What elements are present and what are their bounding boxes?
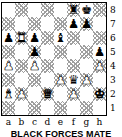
square-d3 xyxy=(41,73,54,87)
square-b1 xyxy=(15,101,28,115)
white-pawn: ♟ xyxy=(55,73,66,87)
square-b6: ♜ xyxy=(15,31,28,45)
square-e8 xyxy=(54,3,67,17)
square-b5 xyxy=(15,45,28,59)
square-f8: ♜ xyxy=(67,3,80,17)
file-label-h: h xyxy=(93,117,106,127)
file-label-b: b xyxy=(15,117,28,127)
black-pawn: ♟ xyxy=(94,45,105,59)
rank-label-5: 5 xyxy=(108,45,121,59)
square-b2: ♟ xyxy=(15,87,28,101)
square-f1 xyxy=(67,101,80,115)
rank-label-6: 6 xyxy=(108,31,121,45)
square-d4 xyxy=(41,59,54,73)
rank-label-1: 1 xyxy=(108,101,121,115)
square-g1 xyxy=(80,101,93,115)
square-e7 xyxy=(54,17,67,31)
white-queen: ♛ xyxy=(42,87,53,101)
rank-label-3: 3 xyxy=(108,73,121,87)
square-c3 xyxy=(28,73,41,87)
file-label-c: c xyxy=(28,117,41,127)
square-f3: ♛ xyxy=(67,73,80,87)
square-c2 xyxy=(28,87,41,101)
black-pawn: ♟ xyxy=(81,17,92,31)
square-h4: ♟ xyxy=(93,59,106,73)
square-a4: ♟ xyxy=(2,59,15,73)
white-king: ♚ xyxy=(94,87,105,101)
square-e4 xyxy=(54,59,67,73)
square-h2: ♚ xyxy=(93,87,106,101)
square-e3: ♟ xyxy=(54,73,67,87)
white-pawn: ♟ xyxy=(94,59,105,73)
square-f2: ♟ xyxy=(67,87,80,101)
square-a6: ♟ xyxy=(2,31,15,45)
black-pawn: ♟ xyxy=(29,45,40,59)
square-a2: ♝ xyxy=(2,87,15,101)
square-c4: ♟ xyxy=(28,59,41,73)
black-rook: ♜ xyxy=(68,3,79,17)
square-d5 xyxy=(41,45,54,59)
file-labels: abcdefgh xyxy=(2,117,106,127)
square-c6: ♟ xyxy=(28,31,41,45)
square-a7 xyxy=(2,17,15,31)
white-pawn: ♟ xyxy=(16,87,27,101)
square-g2 xyxy=(80,87,93,101)
square-c8 xyxy=(28,3,41,17)
white-pawn: ♟ xyxy=(81,73,92,87)
square-d7 xyxy=(41,17,54,31)
black-pawn: ♟ xyxy=(68,17,79,31)
square-h8 xyxy=(93,3,106,17)
square-d1 xyxy=(41,101,54,115)
square-a3 xyxy=(2,73,15,87)
square-c5: ♟ xyxy=(28,45,41,59)
square-h7 xyxy=(93,17,106,31)
black-bishop: ♝ xyxy=(55,31,66,45)
square-b4 xyxy=(15,59,28,73)
square-f6 xyxy=(67,31,80,45)
square-g4 xyxy=(80,59,93,73)
black-pawn: ♟ xyxy=(3,31,14,45)
square-h6 xyxy=(93,31,106,45)
rank-labels: 87654321 xyxy=(108,3,121,115)
square-d2: ♛ xyxy=(41,87,54,101)
file-label-d: d xyxy=(41,117,54,127)
square-e6: ♝ xyxy=(54,31,67,45)
square-g7: ♟ xyxy=(80,17,93,31)
white-rook: ♜ xyxy=(16,31,27,45)
square-d6 xyxy=(41,31,54,45)
file-label-g: g xyxy=(80,117,93,127)
rank-label-8: 8 xyxy=(108,3,121,17)
white-bishop: ♝ xyxy=(3,87,14,101)
square-b8 xyxy=(15,3,28,17)
square-f4 xyxy=(67,59,80,73)
diagram-caption: BLACK FORCES MATE xyxy=(0,129,122,137)
square-h5: ♟ xyxy=(93,45,106,59)
black-pawn: ♟ xyxy=(29,31,40,45)
square-c1 xyxy=(28,101,41,115)
square-a8 xyxy=(2,3,15,17)
square-g8: ♚ xyxy=(80,3,93,17)
square-f7: ♟ xyxy=(67,17,80,31)
file-label-a: a xyxy=(2,117,15,127)
square-h1 xyxy=(93,101,106,115)
chess-board: ♜♚♟♟♟♜♟♝♟♟♟♟♟♟♛♟♝♟♛♟♚ xyxy=(1,2,107,116)
white-pawn: ♟ xyxy=(68,87,79,101)
square-f5 xyxy=(67,45,80,59)
chess-diagram-page: ♜♚♟♟♟♜♟♝♟♟♟♟♟♟♛♟♝♟♛♟♚ 87654321 abcdefgh … xyxy=(0,0,122,137)
black-king: ♚ xyxy=(81,3,92,17)
square-g3: ♟ xyxy=(80,73,93,87)
white-pawn: ♟ xyxy=(3,59,14,73)
square-b7 xyxy=(15,17,28,31)
square-a5 xyxy=(2,45,15,59)
square-g5 xyxy=(80,45,93,59)
square-e2 xyxy=(54,87,67,101)
square-g6 xyxy=(80,31,93,45)
square-d8 xyxy=(41,3,54,17)
rank-label-2: 2 xyxy=(108,87,121,101)
rank-label-7: 7 xyxy=(108,17,121,31)
square-a1 xyxy=(2,101,15,115)
rank-label-4: 4 xyxy=(108,59,121,73)
square-b3 xyxy=(15,73,28,87)
white-pawn: ♟ xyxy=(29,59,40,73)
square-e1 xyxy=(54,101,67,115)
square-e5 xyxy=(54,45,67,59)
square-c7 xyxy=(28,17,41,31)
file-label-f: f xyxy=(67,117,80,127)
square-h3 xyxy=(93,73,106,87)
black-queen: ♛ xyxy=(68,73,79,87)
file-label-e: e xyxy=(54,117,67,127)
